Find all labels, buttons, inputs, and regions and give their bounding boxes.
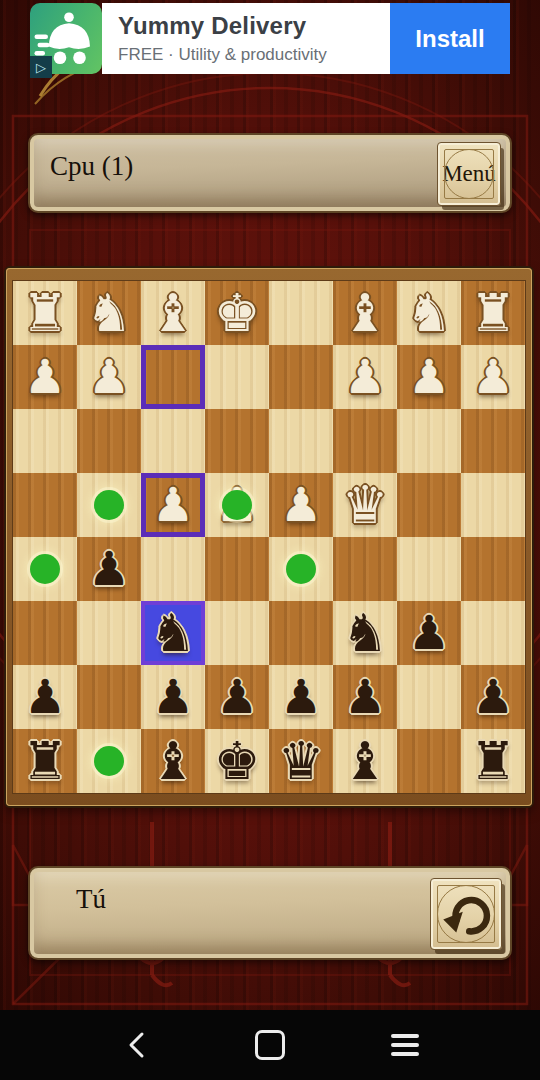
black-bishop-c8: ♝: [342, 729, 389, 793]
square-e8[interactable]: ♚: [205, 729, 269, 793]
square-a3[interactable]: [461, 409, 525, 473]
white-rook-h1: ♜: [22, 281, 69, 345]
player-label: Tú: [76, 884, 106, 915]
square-g4[interactable]: [77, 473, 141, 537]
ad-subtitle: FREE · Utility & productivity: [118, 45, 390, 65]
legal-move-dot-g8[interactable]: [94, 746, 124, 776]
square-g7[interactable]: [77, 665, 141, 729]
black-queen-d8: ♛: [278, 729, 325, 793]
square-e1[interactable]: ♚: [205, 281, 269, 345]
legal-move-dot-d5[interactable]: [286, 554, 316, 584]
square-a8[interactable]: ♜: [461, 729, 525, 793]
square-a7[interactable]: ♟: [461, 665, 525, 729]
square-e7[interactable]: ♟: [205, 665, 269, 729]
undo-button[interactable]: [430, 878, 502, 950]
home-icon[interactable]: [235, 1010, 305, 1080]
square-e4[interactable]: ♟: [205, 473, 269, 537]
square-a4[interactable]: [461, 473, 525, 537]
white-bishop-c1: ♝: [342, 281, 389, 345]
black-pawn-a7: ♟: [472, 665, 514, 729]
chess-app-screen: ▷ Yummy Delivery FREE · Utility & produc…: [0, 0, 540, 1080]
square-h4[interactable]: [13, 473, 77, 537]
square-g6[interactable]: [77, 601, 141, 665]
square-b3[interactable]: [397, 409, 461, 473]
android-navbar: [0, 1010, 540, 1080]
square-h5[interactable]: [13, 537, 77, 601]
square-d7[interactable]: ♟: [269, 665, 333, 729]
square-c7[interactable]: ♟: [333, 665, 397, 729]
black-pawn-f7: ♟: [152, 665, 194, 729]
white-pawn-d4: ♟: [280, 473, 322, 537]
legal-move-dot-g4[interactable]: [94, 490, 124, 520]
adchoices-icon[interactable]: ▷: [30, 56, 52, 78]
square-b7[interactable]: [397, 665, 461, 729]
white-bishop-f1: ♝: [150, 281, 197, 345]
square-e5[interactable]: [205, 537, 269, 601]
install-button[interactable]: Install: [390, 3, 510, 74]
square-d1[interactable]: [269, 281, 333, 345]
chess-board: ♜♞♝♚♝♞♜♟♟♟♟♟♟♟♟♛♟♞♞♟♟♟♟♟♟♟♜♝♚♛♝♜: [6, 268, 532, 806]
square-e2[interactable]: [205, 345, 269, 409]
square-c2[interactable]: ♟: [333, 345, 397, 409]
square-g1[interactable]: ♞: [77, 281, 141, 345]
square-d4[interactable]: ♟: [269, 473, 333, 537]
ad-banner[interactable]: ▷ Yummy Delivery FREE · Utility & produc…: [30, 3, 510, 74]
square-f5[interactable]: [141, 537, 205, 601]
black-king-e8: ♚: [214, 729, 261, 793]
square-a2[interactable]: ♟: [461, 345, 525, 409]
recents-icon[interactable]: [370, 1010, 440, 1080]
square-d6[interactable]: [269, 601, 333, 665]
square-f1[interactable]: ♝: [141, 281, 205, 345]
square-f8[interactable]: ♝: [141, 729, 205, 793]
black-rook-h8: ♜: [22, 729, 69, 793]
black-pawn-e7: ♟: [216, 665, 258, 729]
square-c5[interactable]: [333, 537, 397, 601]
square-h8[interactable]: ♜: [13, 729, 77, 793]
black-pawn-d7: ♟: [280, 665, 322, 729]
square-g5[interactable]: ♟: [77, 537, 141, 601]
black-pawn-c7: ♟: [344, 665, 386, 729]
square-h7[interactable]: ♟: [13, 665, 77, 729]
white-king-e1: ♚: [214, 281, 261, 345]
back-icon[interactable]: [101, 1010, 171, 1080]
square-f3[interactable]: [141, 409, 205, 473]
square-c6[interactable]: ♞: [333, 601, 397, 665]
square-b4[interactable]: [397, 473, 461, 537]
square-b1[interactable]: ♞: [397, 281, 461, 345]
black-pawn-g5: ♟: [88, 537, 130, 601]
square-c8[interactable]: ♝: [333, 729, 397, 793]
white-pawn-h2: ♟: [24, 345, 66, 409]
square-d3[interactable]: [269, 409, 333, 473]
square-b5[interactable]: [397, 537, 461, 601]
square-g2[interactable]: ♟: [77, 345, 141, 409]
square-e6[interactable]: [205, 601, 269, 665]
square-h2[interactable]: ♟: [13, 345, 77, 409]
black-knight-f6: ♞: [150, 601, 197, 665]
board-grid: ♜♞♝♚♝♞♜♟♟♟♟♟♟♟♟♛♟♞♞♟♟♟♟♟♟♟♜♝♚♛♝♜: [13, 281, 525, 793]
white-pawn-a2: ♟: [472, 345, 514, 409]
square-g8[interactable]: [77, 729, 141, 793]
square-f6[interactable]: ♞: [141, 601, 205, 665]
black-bishop-f8: ♝: [150, 729, 197, 793]
square-f2[interactable]: [141, 345, 205, 409]
ad-title: Yummy Delivery: [118, 12, 390, 40]
player-bar: Tú: [28, 866, 512, 960]
square-h1[interactable]: ♜: [13, 281, 77, 345]
white-queen-c4: ♛: [342, 473, 389, 537]
square-c4[interactable]: ♛: [333, 473, 397, 537]
legal-move-dot-e4[interactable]: [222, 490, 252, 520]
white-pawn-b2: ♟: [408, 345, 450, 409]
white-knight-b1: ♞: [406, 281, 453, 345]
opponent-label: Cpu (1): [50, 151, 133, 182]
white-rook-a1: ♜: [470, 281, 517, 345]
square-a5[interactable]: [461, 537, 525, 601]
square-h6[interactable]: [13, 601, 77, 665]
black-pawn-b6: ♟: [408, 601, 450, 665]
white-knight-g1: ♞: [86, 281, 133, 345]
opponent-bar: Cpu (1) Menú: [28, 133, 512, 213]
black-rook-a8: ♜: [470, 729, 517, 793]
square-g3[interactable]: [77, 409, 141, 473]
ad-app-icon[interactable]: ▷: [30, 3, 102, 74]
square-b6[interactable]: ♟: [397, 601, 461, 665]
white-pawn-c2: ♟: [344, 345, 386, 409]
square-f4[interactable]: ♟: [141, 473, 205, 537]
square-d8[interactable]: ♛: [269, 729, 333, 793]
black-knight-c6: ♞: [342, 601, 389, 665]
undo-arrow-icon: [440, 888, 492, 940]
ad-text-block: Yummy Delivery FREE · Utility & producti…: [102, 3, 390, 74]
square-a6[interactable]: [461, 601, 525, 665]
white-pawn-f4: ♟: [152, 473, 194, 537]
square-h3[interactable]: [13, 409, 77, 473]
square-c1[interactable]: ♝: [333, 281, 397, 345]
square-c3[interactable]: [333, 409, 397, 473]
menu-button[interactable]: Menú: [437, 142, 501, 206]
square-d5[interactable]: [269, 537, 333, 601]
legal-move-dot-h5[interactable]: [30, 554, 60, 584]
square-b2[interactable]: ♟: [397, 345, 461, 409]
square-b8[interactable]: [397, 729, 461, 793]
white-pawn-g2: ♟: [88, 345, 130, 409]
black-pawn-h7: ♟: [24, 665, 66, 729]
square-e3[interactable]: [205, 409, 269, 473]
square-d2[interactable]: [269, 345, 333, 409]
square-f7[interactable]: ♟: [141, 665, 205, 729]
square-a1[interactable]: ♜: [461, 281, 525, 345]
